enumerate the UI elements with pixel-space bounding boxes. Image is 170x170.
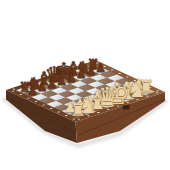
frame-stud-icon [64, 115, 68, 116]
frame-stud-icon [19, 94, 23, 95]
frame-stud-icon [11, 90, 15, 91]
frame-stud-icon [103, 66, 107, 67]
frame-stud-icon [27, 97, 31, 98]
frame-stud-icon [155, 92, 159, 93]
frame-stud-icon [118, 73, 122, 74]
frame-stud-icon [72, 118, 76, 119]
frame-stud-icon [95, 62, 99, 63]
frame-stud-icon [34, 101, 38, 102]
frame-stud-icon [133, 80, 137, 81]
frame-stud-icon [42, 104, 46, 105]
frame-stud-icon [145, 95, 149, 96]
frame-stud-icon [49, 108, 53, 109]
frame-stud-icon [148, 87, 152, 88]
frame-stud-icon [156, 90, 160, 91]
frame-stud-icon [97, 112, 101, 113]
frame-stud-icon [57, 111, 61, 112]
frame-stud-icon [126, 102, 130, 103]
frame-stud-icon [87, 115, 91, 116]
product-photo: ♜♞♝♛♚♝♞♜♟♟♟♟♟♟♟♟♟♟♟♟♟♟♟♟♜♞♝♛♚♝♞♜ [0, 0, 170, 170]
frame-stud-icon [77, 118, 81, 119]
frame-stud-icon [110, 69, 114, 70]
frame-stud-icon [116, 105, 120, 106]
frame-stud-icon [141, 83, 145, 84]
frame-stud-icon [126, 76, 130, 77]
frame-stud-icon [106, 109, 110, 110]
frame-stud-icon [136, 99, 140, 100]
